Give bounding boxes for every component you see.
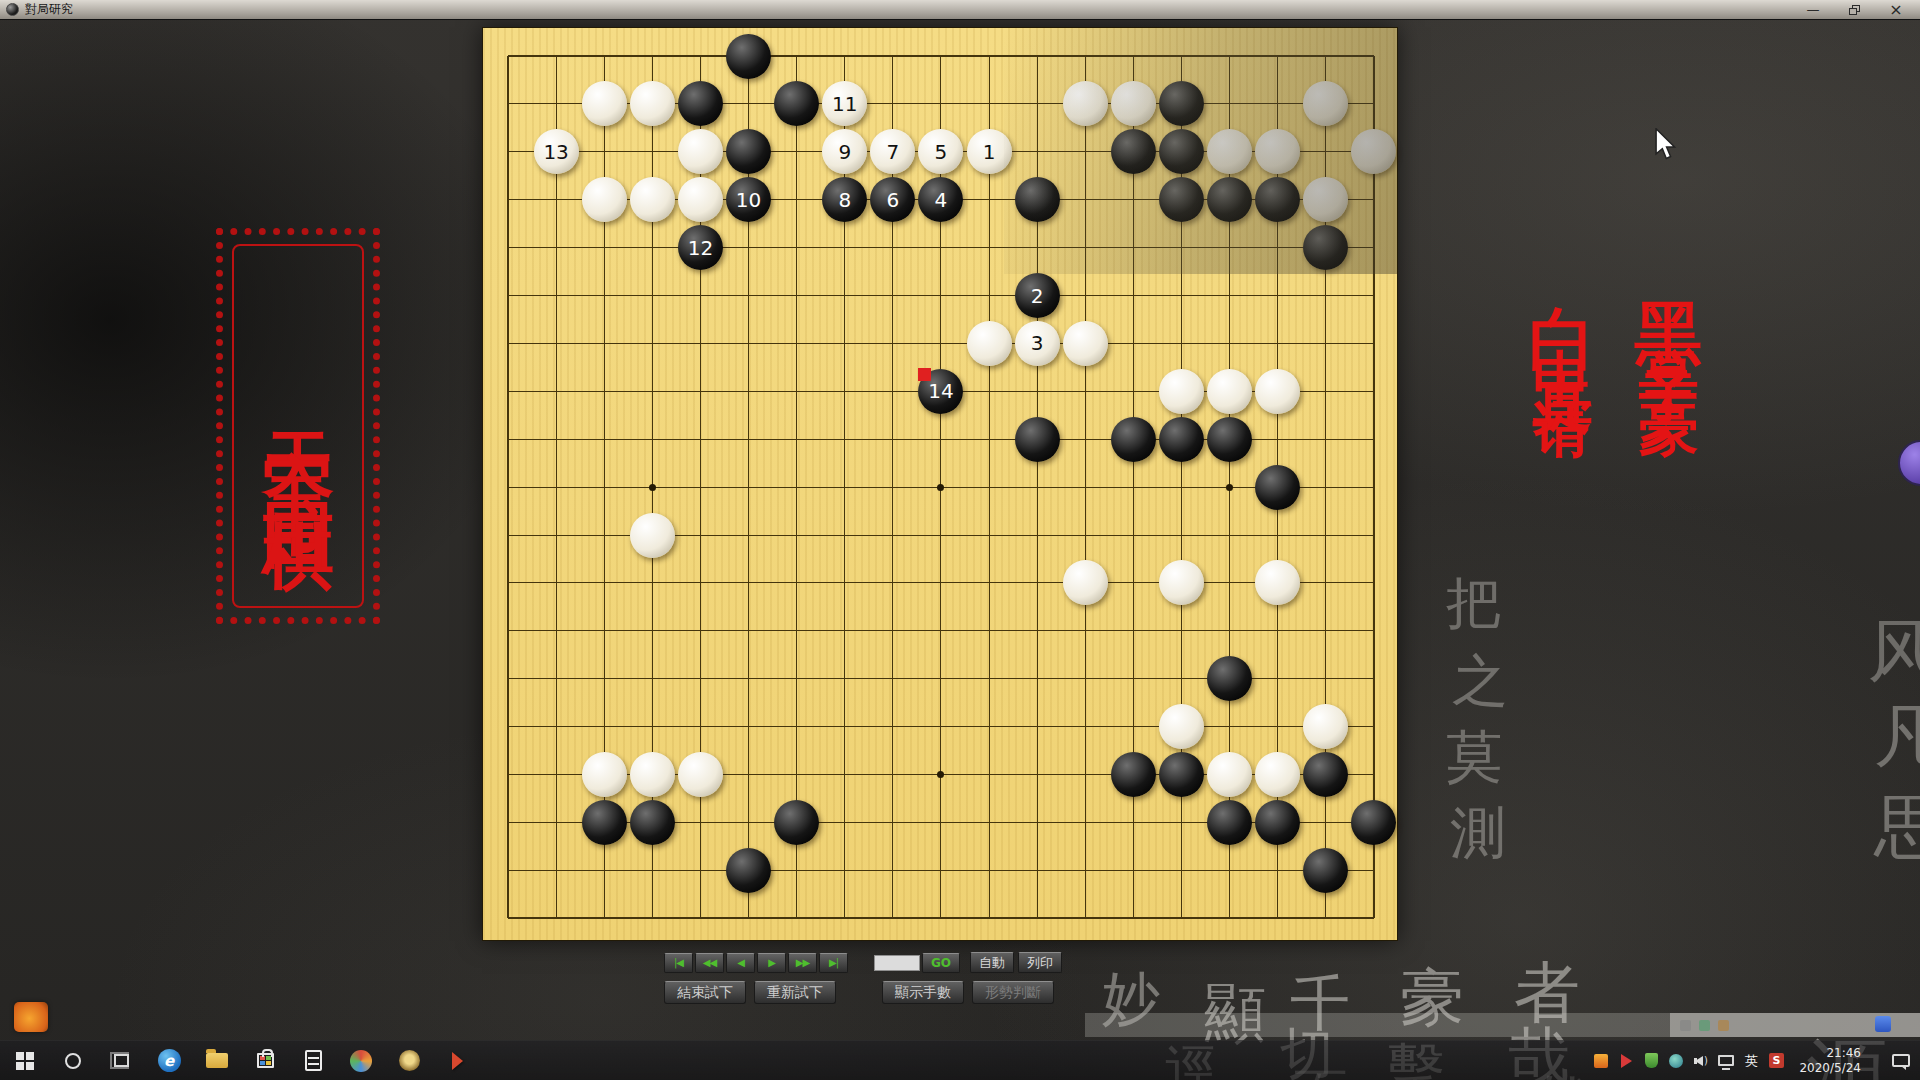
last-move-button[interactable]: ▶| [819, 953, 848, 973]
black-stone [1111, 752, 1156, 797]
brand-line1: 天宝 [250, 375, 346, 407]
move-number-label: 5 [935, 140, 948, 164]
wallpaper-glyph: 凡 [1874, 692, 1920, 783]
black-stone [1159, 177, 1204, 222]
move-number-label: 4 [935, 188, 948, 212]
search-icon [65, 1053, 81, 1069]
green-shield-icon [1645, 1053, 1658, 1068]
black-stone: 12 [678, 225, 723, 270]
forward-button[interactable]: ▶ [757, 953, 786, 973]
move-number-label: 8 [838, 188, 851, 212]
review-controls: |◀ ◀◀ ◀ ▶ ▶▶ ▶| GO 自動 列印 結束試下 重新試下 顯示手數 … [664, 952, 1062, 1004]
wallpaper-glyph: 之 [1452, 644, 1508, 720]
black-stone [1159, 129, 1204, 174]
black-stone [1207, 656, 1252, 701]
go-button[interactable]: GO [922, 953, 960, 973]
wallpaper-glyph: 測 [1450, 796, 1506, 872]
white-stone [1207, 129, 1252, 174]
move-number-label: 7 [887, 140, 900, 164]
tray-app-shield[interactable] [1643, 1053, 1659, 1069]
floating-edge-button[interactable] [1898, 440, 1920, 486]
nav-row: |◀ ◀◀ ◀ ▶ ▶▶ ▶| GO 自動 列印 [664, 952, 1062, 973]
white-stone: 5 [918, 129, 963, 174]
white-stone [1255, 560, 1300, 605]
desktop-app-icon[interactable] [14, 1002, 48, 1032]
black-stone [630, 800, 675, 845]
move-number-label: 6 [887, 188, 900, 212]
black-stone [1207, 417, 1252, 462]
white-stone [1207, 369, 1252, 414]
show-move-numbers-button[interactable]: 顯示手數 [882, 981, 964, 1004]
ime-indicator[interactable]: 英 [1743, 1053, 1759, 1069]
red-play-tray-icon [1621, 1054, 1632, 1068]
taskbar-left: e [0, 1048, 470, 1074]
white-stone [630, 752, 675, 797]
wallpaper-glyph: 风 [1868, 606, 1920, 697]
move-number-label: 2 [1031, 284, 1044, 308]
speaker-icon [1694, 1058, 1697, 1064]
white-stone [1303, 177, 1348, 222]
app-button[interactable] [396, 1048, 422, 1074]
position-judgment-button[interactable]: 形勢判斷 [972, 981, 1054, 1004]
black-player-column: 黑辜子豪 [1624, 248, 1715, 374]
title-bar: 對局研究 — × [0, 0, 1920, 20]
white-stone [582, 177, 627, 222]
black-stone [1159, 752, 1204, 797]
white-stone [1255, 752, 1300, 797]
white-stone: 9 [822, 129, 867, 174]
white-stone [1207, 752, 1252, 797]
fast-forward-button[interactable]: ▶▶ [788, 953, 817, 973]
move-number-label: 10 [736, 188, 761, 212]
clock-time: 21:46 [1799, 1046, 1861, 1061]
background-window-strip [1085, 1013, 1920, 1037]
black-stone [1303, 848, 1348, 893]
white-stone [1303, 704, 1348, 749]
move-number-label: 12 [688, 236, 713, 260]
folder-icon [206, 1053, 228, 1068]
media-app-button[interactable] [444, 1048, 470, 1074]
s-app-button[interactable]: S [1768, 1053, 1784, 1069]
move-number-label: 13 [543, 140, 568, 164]
taskbar: e ) 英 S 21:46 2020/5/24 [0, 1040, 1920, 1080]
clock-date: 2020/5/24 [1799, 1061, 1861, 1076]
white-stone [1063, 81, 1108, 126]
white-stone [630, 513, 675, 558]
black-player-name: 辜子豪 [1636, 296, 1702, 374]
black-stone: 4 [918, 177, 963, 222]
black-stone [1111, 417, 1156, 462]
search-button[interactable] [60, 1048, 86, 1074]
white-stone [630, 177, 675, 222]
white-stone [1303, 81, 1348, 126]
move-number-label: 1 [983, 140, 996, 164]
minimize-button[interactable]: — [1805, 3, 1821, 16]
black-stone: 8 [822, 177, 867, 222]
white-stone [1063, 560, 1108, 605]
fast-back-button[interactable]: ◀◀ [695, 953, 724, 973]
white-stone [678, 129, 723, 174]
black-stone [1159, 417, 1204, 462]
last-move-marker [918, 368, 931, 381]
black-stone [1159, 81, 1204, 126]
black-stone [774, 800, 819, 845]
volume-button[interactable]: ) [1693, 1053, 1709, 1069]
first-move-button[interactable]: |◀ [664, 953, 693, 973]
black-stone: 6 [870, 177, 915, 222]
white-stone [1255, 369, 1300, 414]
task-view-button[interactable] [108, 1048, 134, 1074]
white-stone: 7 [870, 129, 915, 174]
calculator-icon [305, 1050, 322, 1071]
window-controls: — × [1805, 3, 1920, 16]
restart-trial-button[interactable]: 重新試下 [754, 981, 836, 1004]
desktop: 妙 顯 逕 千 切 而 豪 擊 者 哉 然 把 之 莫 測 源 风 凡 思 對局… [0, 0, 1920, 1080]
tray-app-circle[interactable] [1668, 1053, 1684, 1069]
mini-app-icon[interactable] [1875, 1016, 1891, 1032]
white-stone [1111, 81, 1156, 126]
move-number-label: 9 [838, 140, 851, 164]
brand-line2: 围棋 [250, 445, 346, 477]
white-stone [678, 177, 723, 222]
app-icon [6, 3, 19, 16]
store-button[interactable] [252, 1048, 278, 1074]
back-button[interactable]: ◀ [726, 953, 755, 973]
white-stone [1159, 369, 1204, 414]
black-stone [1303, 752, 1348, 797]
black-stone [1015, 177, 1060, 222]
black-stone: 2 [1015, 273, 1060, 318]
white-stone [582, 81, 627, 126]
action-center-button[interactable] [1892, 1054, 1910, 1067]
calculator-button[interactable] [300, 1048, 326, 1074]
black-stone [726, 848, 771, 893]
black-stone [726, 129, 771, 174]
restore-button[interactable] [1849, 5, 1860, 15]
black-stone: 10 [726, 177, 771, 222]
black-stone [1207, 177, 1252, 222]
black-stone [582, 800, 627, 845]
browser-app-button[interactable] [348, 1048, 374, 1074]
store-bag-icon [257, 1053, 274, 1068]
file-explorer-button[interactable] [204, 1048, 230, 1074]
move-number-label: 14 [928, 379, 953, 403]
system-tray: ) 英 S 21:46 2020/5/24 [1593, 1046, 1920, 1076]
windows-icon [16, 1052, 34, 1070]
tray-app-orange[interactable] [1593, 1053, 1609, 1069]
window-strip-icon [1680, 1020, 1691, 1031]
window-strip-icon [1699, 1020, 1710, 1031]
black-stone [1303, 225, 1348, 270]
ime-label: 英 [1745, 1052, 1758, 1070]
black-stone [1351, 800, 1396, 845]
speaker-wave: ) [1704, 1055, 1708, 1066]
colorful-app-icon [350, 1050, 372, 1072]
black-stone [678, 81, 723, 126]
white-stone [1351, 129, 1396, 174]
window-title: 對局研究 [25, 1, 73, 18]
move-number-label: 3 [1031, 331, 1044, 355]
move-number-input[interactable] [874, 955, 920, 971]
white-stone [967, 321, 1012, 366]
black-stone [726, 34, 771, 79]
wallpaper-glyph: 思 [1874, 782, 1920, 873]
white-stone: 11 [822, 81, 867, 126]
red-play-icon [452, 1052, 463, 1070]
white-stone [1255, 129, 1300, 174]
end-trial-button[interactable]: 結束試下 [664, 981, 746, 1004]
tray-app-red[interactable] [1618, 1053, 1634, 1069]
trial-row: 結束試下 重新試下 顯示手數 形勢判斷 [664, 981, 1062, 1004]
network-button[interactable] [1718, 1053, 1734, 1069]
edge-icon: e [158, 1049, 181, 1072]
print-button[interactable]: 列印 [1018, 952, 1062, 973]
white-stone [1159, 704, 1204, 749]
black-stone [1015, 417, 1060, 462]
mouse-cursor [1655, 128, 1677, 160]
brand-plaque: 天宝 围棋 [216, 228, 380, 624]
black-stone [1255, 465, 1300, 510]
task-view-icon [114, 1054, 129, 1067]
s-badge-icon: S [1769, 1053, 1784, 1068]
white-stone [582, 752, 627, 797]
black-stone [774, 81, 819, 126]
auto-button[interactable]: 自動 [970, 952, 1014, 973]
white-stone: 3 [1015, 321, 1060, 366]
white-stone [630, 81, 675, 126]
white-stone: 13 [534, 129, 579, 174]
move-number-label: 11 [832, 92, 857, 116]
black-stone [1111, 129, 1156, 174]
white-stone: 1 [967, 129, 1012, 174]
black-stone [1255, 177, 1300, 222]
round-app-icon [399, 1050, 420, 1071]
white-player-name: 申真谞 [1530, 300, 1596, 378]
taskbar-clock[interactable]: 21:46 2020/5/24 [1799, 1046, 1861, 1076]
window-strip-icon [1718, 1020, 1729, 1031]
black-stone [1207, 800, 1252, 845]
black-stone [1255, 800, 1300, 845]
edge-browser-button[interactable]: e [156, 1048, 182, 1074]
white-player-column: 白申真谞 [1518, 252, 1609, 378]
orange-app-icon [1594, 1054, 1608, 1068]
white-stone [1063, 321, 1108, 366]
wallpaper-glyph: 莫 [1446, 720, 1502, 796]
white-stone [1159, 560, 1204, 605]
go-board[interactable]: 1113975110864122314 [482, 27, 1398, 941]
teal-circle-icon [1669, 1054, 1683, 1068]
close-button[interactable]: × [1888, 3, 1904, 16]
monitor-network-icon [1718, 1055, 1734, 1066]
brand-text: 天宝 围棋 [223, 235, 373, 617]
white-stone [678, 752, 723, 797]
start-button[interactable] [12, 1048, 38, 1074]
wallpaper-glyph: 把 [1446, 566, 1502, 642]
